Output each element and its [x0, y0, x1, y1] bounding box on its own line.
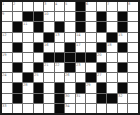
black-cell-r10c6: [55, 94, 65, 103]
cell-r2c11[interactable]: [107, 12, 117, 21]
cell-r1c2[interactable]: 2: [13, 2, 23, 11]
clue-number: 34: [65, 104, 70, 108]
black-cell-r5c4: [34, 43, 44, 52]
clue-number: 14: [76, 33, 81, 37]
clue-number: 3: [44, 2, 46, 6]
cell-r1c5[interactable]: 3: [44, 2, 54, 11]
cell-r4c7[interactable]: [65, 33, 75, 42]
cell-r9c7[interactable]: [65, 83, 75, 92]
clue-number: 20: [97, 53, 102, 57]
cell-r10c3[interactable]: [23, 94, 33, 103]
cell-r1c9[interactable]: 6: [86, 2, 96, 11]
cell-r2c9[interactable]: [86, 12, 96, 21]
clue-number: 7: [107, 2, 109, 6]
cell-r7c5[interactable]: 21: [44, 63, 54, 72]
cell-r4c8[interactable]: 14: [76, 33, 86, 42]
cell-r4c3[interactable]: [23, 33, 33, 42]
clue-number: 18: [107, 43, 112, 47]
cell-r3c3[interactable]: 11: [23, 22, 33, 31]
cell-r6c1[interactable]: 19: [2, 53, 12, 62]
clue-number: 30: [65, 94, 70, 98]
cell-r2c7[interactable]: [65, 12, 75, 21]
cell-r5c3[interactable]: [23, 43, 33, 52]
cell-r2c13[interactable]: [128, 12, 138, 21]
clue-number: 17: [76, 43, 81, 47]
clue-number: 23: [76, 63, 81, 67]
clue-number: 5: [65, 2, 67, 6]
cell-r7c8[interactable]: 23: [76, 63, 86, 72]
cell-r6c3[interactable]: [23, 53, 33, 62]
black-cell-r5c7: [65, 43, 75, 52]
cell-r7c13[interactable]: [128, 63, 138, 72]
cell-r9c3[interactable]: 28: [23, 83, 33, 92]
cell-r9c5[interactable]: [44, 83, 54, 92]
black-cell-r5c12: [118, 43, 128, 52]
cell-r6c2[interactable]: [13, 53, 23, 62]
cell-r4c4[interactable]: [34, 33, 44, 42]
black-cell-r6c5: [44, 53, 54, 62]
black-cell-r9c2: [13, 83, 23, 92]
cell-r1c4[interactable]: [34, 2, 44, 11]
clue-number: 6: [86, 2, 88, 6]
cell-r11c10[interactable]: [97, 104, 107, 113]
cell-r7c6[interactable]: 22: [55, 63, 65, 72]
cell-r2c6[interactable]: [55, 12, 65, 21]
black-cell-r9c6: [55, 83, 65, 92]
cell-r8c12[interactable]: [118, 73, 128, 82]
black-cell-r9c8: [76, 83, 86, 92]
cell-r7c3[interactable]: [23, 63, 33, 72]
cell-r3c7[interactable]: [65, 22, 75, 31]
clue-number: 8: [128, 2, 130, 6]
cell-r11c12[interactable]: [118, 104, 128, 113]
black-cell-r8c3: [23, 73, 33, 82]
clue-number: 27: [97, 73, 102, 77]
cell-r8c8[interactable]: [76, 73, 86, 82]
cell-r6c12[interactable]: [118, 53, 128, 62]
clue-number: 29: [86, 83, 91, 87]
black-cell-r10c11: [107, 94, 117, 103]
black-cell-r5c10: [97, 43, 107, 52]
cell-r11c7[interactable]: 34: [65, 104, 75, 113]
black-cell-r6c6: [55, 53, 65, 62]
clue-number: 31: [76, 94, 81, 98]
cell-r1c10[interactable]: [97, 2, 107, 11]
clue-number: 22: [55, 63, 60, 67]
cell-r8c1[interactable]: 24: [2, 73, 12, 82]
cell-r9c9[interactable]: 29: [86, 83, 96, 92]
cell-r1c6[interactable]: 4: [55, 2, 65, 11]
black-cell-r9c12: [118, 83, 128, 92]
cell-r6c13[interactable]: [128, 53, 138, 62]
cell-r1c13[interactable]: 8: [128, 2, 138, 11]
cell-r11c1[interactable]: 33: [2, 104, 12, 113]
cell-r8c2[interactable]: [13, 73, 23, 82]
clue-number: 16: [44, 43, 49, 47]
black-cell-r10c4: [34, 94, 44, 103]
clue-number: 19: [2, 53, 7, 57]
cell-r3c5[interactable]: [44, 22, 54, 31]
cell-r3c9[interactable]: [86, 22, 96, 31]
cell-r8c4[interactable]: 25: [34, 73, 44, 82]
black-cell-r9c10: [97, 83, 107, 92]
black-cell-r9c4: [34, 83, 44, 92]
black-cell-r6c8: [76, 53, 86, 62]
cell-r7c1[interactable]: [2, 63, 12, 72]
cell-r8c11[interactable]: [107, 73, 117, 82]
black-cell-r8c9: [86, 73, 96, 82]
cell-r8c7[interactable]: 26: [65, 73, 75, 82]
black-cell-r6c9: [86, 53, 96, 62]
cell-r5c11[interactable]: 18: [107, 43, 117, 52]
black-cell-r2c4: [34, 12, 44, 21]
cell-r5c13[interactable]: [128, 43, 138, 52]
black-cell-r4c5: [44, 33, 54, 42]
cell-r8c6[interactable]: [55, 73, 65, 82]
cell-r10c9[interactable]: [86, 94, 96, 103]
black-cell-r3c8: [76, 22, 86, 31]
cell-r5c1[interactable]: [2, 43, 12, 52]
clue-number: 2: [13, 2, 15, 6]
cell-r4c9[interactable]: [86, 33, 96, 42]
clue-number: 12: [2, 33, 7, 37]
cell-r2c2[interactable]: [13, 12, 23, 21]
cell-r4c10[interactable]: [97, 33, 107, 42]
clue-number: 4: [55, 2, 57, 6]
cell-r11c11[interactable]: [107, 104, 117, 113]
cell-r10c7[interactable]: 30: [65, 94, 75, 103]
cell-r4c12[interactable]: 15: [118, 33, 128, 42]
cell-r2c5[interactable]: 10: [44, 12, 54, 21]
black-cell-r3c12: [118, 22, 128, 31]
clue-number: 32: [118, 94, 123, 98]
cell-r11c5[interactable]: [44, 104, 54, 113]
cell-r10c5[interactable]: [44, 94, 54, 103]
cell-r1c12[interactable]: [118, 2, 128, 11]
clue-number: 26: [65, 73, 70, 77]
black-cell-r2c12: [118, 12, 128, 21]
cell-r10c13[interactable]: [128, 94, 138, 103]
black-cell-r7c10: [97, 63, 107, 72]
cell-r7c11[interactable]: [107, 63, 117, 72]
cell-r4c13[interactable]: [128, 33, 138, 42]
cell-r1c7[interactable]: 5: [65, 2, 75, 11]
cell-r8c10[interactable]: 27: [97, 73, 107, 82]
black-cell-r2c10: [97, 12, 107, 21]
cell-r5c6[interactable]: [55, 43, 65, 52]
cell-r8c5[interactable]: [44, 73, 54, 82]
cell-r11c8[interactable]: [76, 104, 86, 113]
cell-r9c11[interactable]: [107, 83, 117, 92]
black-cell-r10c2: [13, 94, 23, 103]
cell-r10c12[interactable]: 32: [118, 94, 128, 103]
cell-r11c9[interactable]: [86, 104, 96, 113]
black-cell-r7c12: [118, 63, 128, 72]
cell-r11c3[interactable]: [23, 104, 33, 113]
cell-r10c1[interactable]: [2, 94, 12, 103]
clue-number: 24: [2, 73, 7, 77]
cell-r6c11[interactable]: [107, 53, 117, 62]
cell-r11c2[interactable]: [13, 104, 23, 113]
cell-r1c1[interactable]: 1: [2, 2, 12, 11]
black-cell-r3c10: [97, 22, 107, 31]
clue-number: 15: [118, 33, 123, 37]
cell-r11c13[interactable]: [128, 104, 138, 113]
black-cell-r11c6: [55, 104, 65, 113]
clue-number: 10: [44, 12, 49, 16]
cell-r5c9[interactable]: [86, 43, 96, 52]
cell-r2c1[interactable]: 9: [2, 12, 12, 21]
black-cell-r3c6: [55, 22, 65, 31]
clue-number: 33: [2, 104, 7, 108]
cell-r8c13[interactable]: [128, 73, 138, 82]
clue-number: 1: [2, 2, 4, 6]
black-cell-r7c4: [34, 63, 44, 72]
clue-number: 28: [23, 83, 28, 87]
cell-r9c13[interactable]: [128, 83, 138, 92]
cell-r9c1[interactable]: [2, 83, 12, 92]
black-cell-r2c3: [23, 12, 33, 21]
cell-r5c5[interactable]: 16: [44, 43, 54, 52]
cell-r3c13[interactable]: [128, 22, 138, 31]
cell-r3c1[interactable]: [2, 22, 12, 31]
black-cell-r2c8: [76, 12, 86, 21]
crossword-grid: 1234567891011121314151617181920212223242…: [0, 0, 140, 115]
cell-r4c2[interactable]: [13, 33, 23, 42]
clue-number: 25: [34, 73, 39, 77]
cell-r10c8[interactable]: 31: [76, 94, 86, 103]
cell-r5c8[interactable]: 17: [76, 43, 86, 52]
clue-number: 11: [23, 22, 28, 26]
cell-r1c11[interactable]: 7: [107, 2, 117, 11]
cell-r6c4[interactable]: [34, 53, 44, 62]
black-cell-r1c8: [76, 2, 86, 11]
black-cell-r7c7: [65, 63, 75, 72]
black-cell-r10c10: [97, 94, 107, 103]
black-cell-r3c4: [34, 22, 44, 31]
black-cell-r3c2: [13, 22, 23, 31]
cell-r6c10[interactable]: 20: [97, 53, 107, 62]
black-cell-r5c2: [13, 43, 23, 52]
cell-r4c6[interactable]: 13: [55, 33, 65, 42]
clue-number: 13: [55, 33, 60, 37]
cell-r1c3[interactable]: [23, 2, 33, 11]
clue-number: 9: [2, 12, 4, 16]
black-cell-r4c11: [107, 33, 117, 42]
cell-r11c4[interactable]: [34, 104, 44, 113]
cell-r3c11[interactable]: [107, 22, 117, 31]
cell-r7c9[interactable]: [86, 63, 96, 72]
cell-r4c1[interactable]: 12: [2, 33, 12, 42]
clue-number: 21: [44, 63, 49, 67]
black-cell-r6c7: [65, 53, 75, 62]
black-cell-r7c2: [13, 63, 23, 72]
